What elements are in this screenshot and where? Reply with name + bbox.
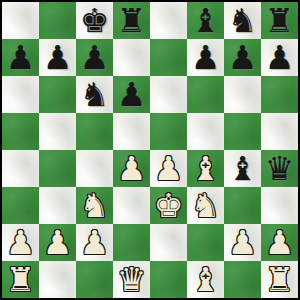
square-f3[interactable]: ♞ [187, 187, 224, 224]
square-h7[interactable]: ♟ [261, 39, 298, 76]
square-a4[interactable] [2, 150, 39, 187]
square-b6[interactable] [39, 76, 76, 113]
piece-white-knight[interactable]: ♞ [76, 187, 113, 224]
square-f7[interactable]: ♟ [187, 39, 224, 76]
chess-board: ♚♜♝♞♜♟♟♟♟♟♟♞♟♟♟♝♝♛♞♚♞♟♟♟♟♟♜♛♝♜ [2, 2, 298, 298]
piece-black-rook[interactable]: ♜ [113, 2, 150, 39]
piece-white-bishop[interactable]: ♝ [187, 261, 224, 298]
piece-black-queen[interactable]: ♛ [261, 150, 298, 187]
square-h5[interactable] [261, 113, 298, 150]
piece-black-king[interactable]: ♚ [76, 2, 113, 39]
square-e6[interactable] [150, 76, 187, 113]
piece-white-rook[interactable]: ♜ [2, 261, 39, 298]
piece-white-king[interactable]: ♚ [150, 187, 187, 224]
square-c7[interactable]: ♟ [76, 39, 113, 76]
square-e8[interactable] [150, 2, 187, 39]
square-d8[interactable]: ♜ [113, 2, 150, 39]
square-e3[interactable]: ♚ [150, 187, 187, 224]
piece-black-pawn[interactable]: ♟ [113, 76, 150, 113]
square-g4[interactable]: ♝ [224, 150, 261, 187]
square-f4[interactable]: ♝ [187, 150, 224, 187]
piece-black-pawn[interactable]: ♟ [39, 39, 76, 76]
square-a5[interactable] [2, 113, 39, 150]
square-b1[interactable] [39, 261, 76, 298]
square-c1[interactable] [76, 261, 113, 298]
square-b8[interactable] [39, 2, 76, 39]
square-c5[interactable] [76, 113, 113, 150]
piece-white-pawn[interactable]: ♟ [224, 224, 261, 261]
piece-black-pawn[interactable]: ♟ [2, 39, 39, 76]
square-g3[interactable] [224, 187, 261, 224]
square-h6[interactable] [261, 76, 298, 113]
piece-white-queen[interactable]: ♛ [113, 261, 150, 298]
square-a2[interactable]: ♟ [2, 224, 39, 261]
square-f6[interactable] [187, 76, 224, 113]
square-d7[interactable] [113, 39, 150, 76]
piece-black-pawn[interactable]: ♟ [261, 39, 298, 76]
square-e5[interactable] [150, 113, 187, 150]
chess-board-frame: ♚♜♝♞♜♟♟♟♟♟♟♞♟♟♟♝♝♛♞♚♞♟♟♟♟♟♜♛♝♜ [0, 0, 300, 300]
piece-black-pawn[interactable]: ♟ [187, 39, 224, 76]
square-d6[interactable]: ♟ [113, 76, 150, 113]
piece-white-pawn[interactable]: ♟ [150, 150, 187, 187]
piece-white-pawn[interactable]: ♟ [113, 150, 150, 187]
square-h8[interactable]: ♜ [261, 2, 298, 39]
piece-black-knight[interactable]: ♞ [76, 76, 113, 113]
square-d3[interactable] [113, 187, 150, 224]
square-c4[interactable] [76, 150, 113, 187]
square-c3[interactable]: ♞ [76, 187, 113, 224]
square-g6[interactable] [224, 76, 261, 113]
square-b4[interactable] [39, 150, 76, 187]
piece-black-bishop[interactable]: ♝ [187, 2, 224, 39]
square-b7[interactable]: ♟ [39, 39, 76, 76]
square-e2[interactable] [150, 224, 187, 261]
square-a1[interactable]: ♜ [2, 261, 39, 298]
square-h2[interactable]: ♟ [261, 224, 298, 261]
square-g8[interactable]: ♞ [224, 2, 261, 39]
square-c2[interactable]: ♟ [76, 224, 113, 261]
square-d4[interactable]: ♟ [113, 150, 150, 187]
piece-white-pawn[interactable]: ♟ [2, 224, 39, 261]
piece-black-bishop[interactable]: ♝ [224, 150, 261, 187]
piece-white-knight[interactable]: ♞ [187, 187, 224, 224]
piece-white-pawn[interactable]: ♟ [39, 224, 76, 261]
square-g7[interactable]: ♟ [224, 39, 261, 76]
square-d2[interactable] [113, 224, 150, 261]
square-a7[interactable]: ♟ [2, 39, 39, 76]
square-f5[interactable] [187, 113, 224, 150]
square-g2[interactable]: ♟ [224, 224, 261, 261]
square-e7[interactable] [150, 39, 187, 76]
square-e4[interactable]: ♟ [150, 150, 187, 187]
square-f8[interactable]: ♝ [187, 2, 224, 39]
piece-black-pawn[interactable]: ♟ [76, 39, 113, 76]
square-b5[interactable] [39, 113, 76, 150]
square-f2[interactable] [187, 224, 224, 261]
square-c6[interactable]: ♞ [76, 76, 113, 113]
square-h1[interactable]: ♜ [261, 261, 298, 298]
square-d1[interactable]: ♛ [113, 261, 150, 298]
square-d5[interactable] [113, 113, 150, 150]
square-a8[interactable] [2, 2, 39, 39]
square-b3[interactable] [39, 187, 76, 224]
piece-white-pawn[interactable]: ♟ [76, 224, 113, 261]
piece-black-knight[interactable]: ♞ [224, 2, 261, 39]
square-g5[interactable] [224, 113, 261, 150]
square-a6[interactable] [2, 76, 39, 113]
square-e1[interactable] [150, 261, 187, 298]
square-g1[interactable] [224, 261, 261, 298]
square-a3[interactable] [2, 187, 39, 224]
square-c8[interactable]: ♚ [76, 2, 113, 39]
square-h4[interactable]: ♛ [261, 150, 298, 187]
piece-white-pawn[interactable]: ♟ [261, 224, 298, 261]
piece-white-rook[interactable]: ♜ [261, 261, 298, 298]
square-h3[interactable] [261, 187, 298, 224]
piece-black-pawn[interactable]: ♟ [224, 39, 261, 76]
square-f1[interactable]: ♝ [187, 261, 224, 298]
square-b2[interactable]: ♟ [39, 224, 76, 261]
piece-white-bishop[interactable]: ♝ [187, 150, 224, 187]
piece-black-rook[interactable]: ♜ [261, 2, 298, 39]
